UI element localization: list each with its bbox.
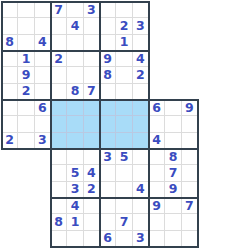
cell-r1c1[interactable] — [2, 2, 18, 18]
cell-r12c6[interactable]: 2 — [84, 182, 100, 198]
cell-r5c3[interactable] — [35, 67, 51, 83]
cell-r13c5[interactable]: 4 — [67, 198, 83, 214]
cell-r15c7[interactable]: 6 — [100, 231, 116, 247]
cell-r1c3[interactable] — [35, 2, 51, 18]
cell-r13c6[interactable] — [84, 198, 100, 214]
cell-r15c11[interactable] — [165, 231, 181, 247]
cell-r14c4[interactable]: 8 — [51, 214, 67, 230]
cell-r11c11[interactable]: 7 — [165, 165, 181, 181]
cell-r6c7[interactable] — [100, 84, 116, 100]
cell-r8c1[interactable] — [2, 116, 18, 132]
cell-r10c8[interactable]: 5 — [116, 149, 132, 165]
cell-r9c10[interactable]: 4 — [149, 133, 165, 149]
cell-r3c3[interactable]: 4 — [35, 35, 51, 51]
cell-r2c5[interactable]: 4 — [67, 18, 83, 34]
cell-r3c6[interactable] — [84, 35, 100, 51]
cell-r6c2[interactable]: 2 — [18, 84, 34, 100]
cell-r12c9[interactable]: 4 — [133, 182, 149, 198]
cell-r12c11[interactable]: 9 — [165, 182, 181, 198]
cell-r4c7[interactable]: 9 — [100, 51, 116, 67]
cell-r10c9[interactable] — [133, 149, 149, 165]
cell-r10c5[interactable] — [67, 149, 83, 165]
cell-r14c7[interactable] — [100, 214, 116, 230]
cell-r1c6[interactable]: 3 — [84, 2, 100, 18]
cell-r8c10[interactable] — [149, 116, 165, 132]
cell-r7c5[interactable] — [67, 100, 83, 116]
cell-r7c11[interactable] — [165, 100, 181, 116]
cell-r9c5[interactable] — [67, 133, 83, 149]
cell-r12c7[interactable] — [100, 182, 116, 198]
cell-r2c1[interactable] — [2, 18, 18, 34]
cell-r15c8[interactable] — [116, 231, 132, 247]
cell-r13c9[interactable] — [133, 198, 149, 214]
cell-r15c12[interactable] — [182, 231, 198, 247]
cell-r9c12[interactable] — [182, 133, 198, 149]
cell-r4c3[interactable] — [35, 51, 51, 67]
cell-r7c6[interactable] — [84, 100, 100, 116]
cell-r8c9[interactable] — [133, 116, 149, 132]
cell-r1c8[interactable] — [116, 2, 132, 18]
cell-r13c11[interactable] — [165, 198, 181, 214]
cell-r9c4[interactable] — [51, 133, 67, 149]
cell-r9c2[interactable] — [18, 133, 34, 149]
cell-r10c7[interactable]: 3 — [100, 149, 116, 165]
cell-r7c10[interactable]: 6 — [149, 100, 165, 116]
cell-r9c1[interactable]: 2 — [2, 133, 18, 149]
cell-r7c7[interactable] — [100, 100, 116, 116]
cell-r6c4[interactable] — [51, 84, 67, 100]
cell-r6c5[interactable]: 8 — [67, 84, 83, 100]
cell-r3c7[interactable] — [100, 35, 116, 51]
cell-r9c3[interactable]: 3 — [35, 133, 51, 149]
cell-r2c7[interactable] — [100, 18, 116, 34]
cell-r6c6[interactable]: 7 — [84, 84, 100, 100]
cell-r5c4[interactable] — [51, 67, 67, 83]
cell-r14c11[interactable] — [165, 214, 181, 230]
cell-r3c4[interactable] — [51, 35, 67, 51]
cell-r8c6[interactable] — [84, 116, 100, 132]
cell-r11c9[interactable] — [133, 165, 149, 181]
cell-r8c4[interactable] — [51, 116, 67, 132]
cell-r15c9[interactable]: 3 — [133, 231, 149, 247]
cell-r4c4[interactable]: 2 — [51, 51, 67, 67]
cell-r8c11[interactable] — [165, 116, 181, 132]
cell-r13c8[interactable] — [116, 198, 132, 214]
puzzle-screen: 7342384112949822876692343585473249497817… — [0, 0, 250, 250]
cell-r3c9[interactable] — [133, 35, 149, 51]
cell-r7c9[interactable] — [133, 100, 149, 116]
cell-r1c9[interactable] — [133, 2, 149, 18]
cell-r11c4[interactable] — [51, 165, 67, 181]
cell-r9c8[interactable] — [116, 133, 132, 149]
cell-r15c4[interactable] — [51, 231, 67, 247]
cell-r5c9[interactable]: 2 — [133, 67, 149, 83]
cell-r3c8[interactable]: 1 — [116, 35, 132, 51]
cell-r9c7[interactable] — [100, 133, 116, 149]
cell-r11c6[interactable]: 4 — [84, 165, 100, 181]
cell-r15c6[interactable] — [84, 231, 100, 247]
cell-r13c10[interactable]: 9 — [149, 198, 165, 214]
cell-r12c5[interactable]: 3 — [67, 182, 83, 198]
cell-r6c8[interactable] — [116, 84, 132, 100]
cell-r2c3[interactable] — [35, 18, 51, 34]
cell-r10c12[interactable] — [182, 149, 198, 165]
cell-r14c12[interactable] — [182, 214, 198, 230]
cell-r14c8[interactable]: 7 — [116, 214, 132, 230]
cell-r5c1[interactable] — [2, 67, 18, 83]
cell-r3c5[interactable] — [67, 35, 83, 51]
cell-r7c8[interactable] — [116, 100, 132, 116]
cell-r10c6[interactable] — [84, 149, 100, 165]
cell-r12c12[interactable] — [182, 182, 198, 198]
cell-r2c2[interactable] — [18, 18, 34, 34]
cell-r1c7[interactable] — [100, 2, 116, 18]
cell-r8c3[interactable] — [35, 116, 51, 132]
cell-r15c5[interactable] — [67, 231, 83, 247]
cell-r11c8[interactable] — [116, 165, 132, 181]
cell-r5c7[interactable]: 8 — [100, 67, 116, 83]
cell-r13c4[interactable] — [51, 198, 67, 214]
cell-r8c5[interactable] — [67, 116, 83, 132]
cell-r11c7[interactable] — [100, 165, 116, 181]
cell-r9c9[interactable] — [133, 133, 149, 149]
cell-r1c2[interactable] — [18, 2, 34, 18]
cell-r7c12[interactable]: 9 — [182, 100, 198, 116]
cell-r11c12[interactable] — [182, 165, 198, 181]
cell-r7c2[interactable] — [18, 100, 34, 116]
cell-r11c5[interactable]: 5 — [67, 165, 83, 181]
cell-r14c9[interactable] — [133, 214, 149, 230]
cell-r6c1[interactable] — [2, 84, 18, 100]
cell-r6c9[interactable] — [133, 84, 149, 100]
cell-r8c7[interactable] — [100, 116, 116, 132]
cell-r5c5[interactable] — [67, 67, 83, 83]
cell-r4c1[interactable] — [2, 51, 18, 67]
cell-r2c8[interactable]: 2 — [116, 18, 132, 34]
cell-r14c5[interactable]: 1 — [67, 214, 83, 230]
cell-r10c11[interactable]: 8 — [165, 149, 181, 165]
cell-r13c7[interactable] — [100, 198, 116, 214]
cell-r1c4[interactable]: 7 — [51, 2, 67, 18]
cell-r7c3[interactable]: 6 — [35, 100, 51, 116]
cell-r7c4[interactable] — [51, 100, 67, 116]
cell-r2c4[interactable] — [51, 18, 67, 34]
cell-r8c2[interactable] — [18, 116, 34, 132]
cell-r4c5[interactable] — [67, 51, 83, 67]
cell-r2c6[interactable] — [84, 18, 100, 34]
cell-r14c10[interactable] — [149, 214, 165, 230]
cell-r6c3[interactable] — [35, 84, 51, 100]
cell-r9c11[interactable] — [165, 133, 181, 149]
cell-r5c6[interactable] — [84, 67, 100, 83]
cell-r5c8[interactable] — [116, 67, 132, 83]
cell-r3c1[interactable]: 8 — [2, 35, 18, 51]
cell-r10c4[interactable] — [51, 149, 67, 165]
cell-r5c2[interactable]: 9 — [18, 67, 34, 83]
cell-r2c9[interactable]: 3 — [133, 18, 149, 34]
cell-r10c10[interactable] — [149, 149, 165, 165]
cell-r4c2[interactable]: 1 — [18, 51, 34, 67]
cell-r15c10[interactable] — [149, 231, 165, 247]
cell-r7c1[interactable] — [2, 100, 18, 116]
cell-r14c6[interactable] — [84, 214, 100, 230]
cell-r1c5[interactable] — [67, 2, 83, 18]
cell-r4c6[interactable] — [84, 51, 100, 67]
cell-r12c10[interactable] — [149, 182, 165, 198]
sudoku-board: 7342384112949822876692343585473249497817… — [2, 2, 198, 247]
cell-r12c4[interactable] — [51, 182, 67, 198]
cell-r3c2[interactable] — [18, 35, 34, 51]
cell-r13c12[interactable]: 7 — [182, 198, 198, 214]
cell-r8c8[interactable] — [116, 116, 132, 132]
cell-r4c8[interactable] — [116, 51, 132, 67]
cell-r4c9[interactable]: 4 — [133, 51, 149, 67]
cell-r8c12[interactable] — [182, 116, 198, 132]
cell-r9c6[interactable] — [84, 133, 100, 149]
cell-r12c8[interactable] — [116, 182, 132, 198]
cell-r11c10[interactable] — [149, 165, 165, 181]
